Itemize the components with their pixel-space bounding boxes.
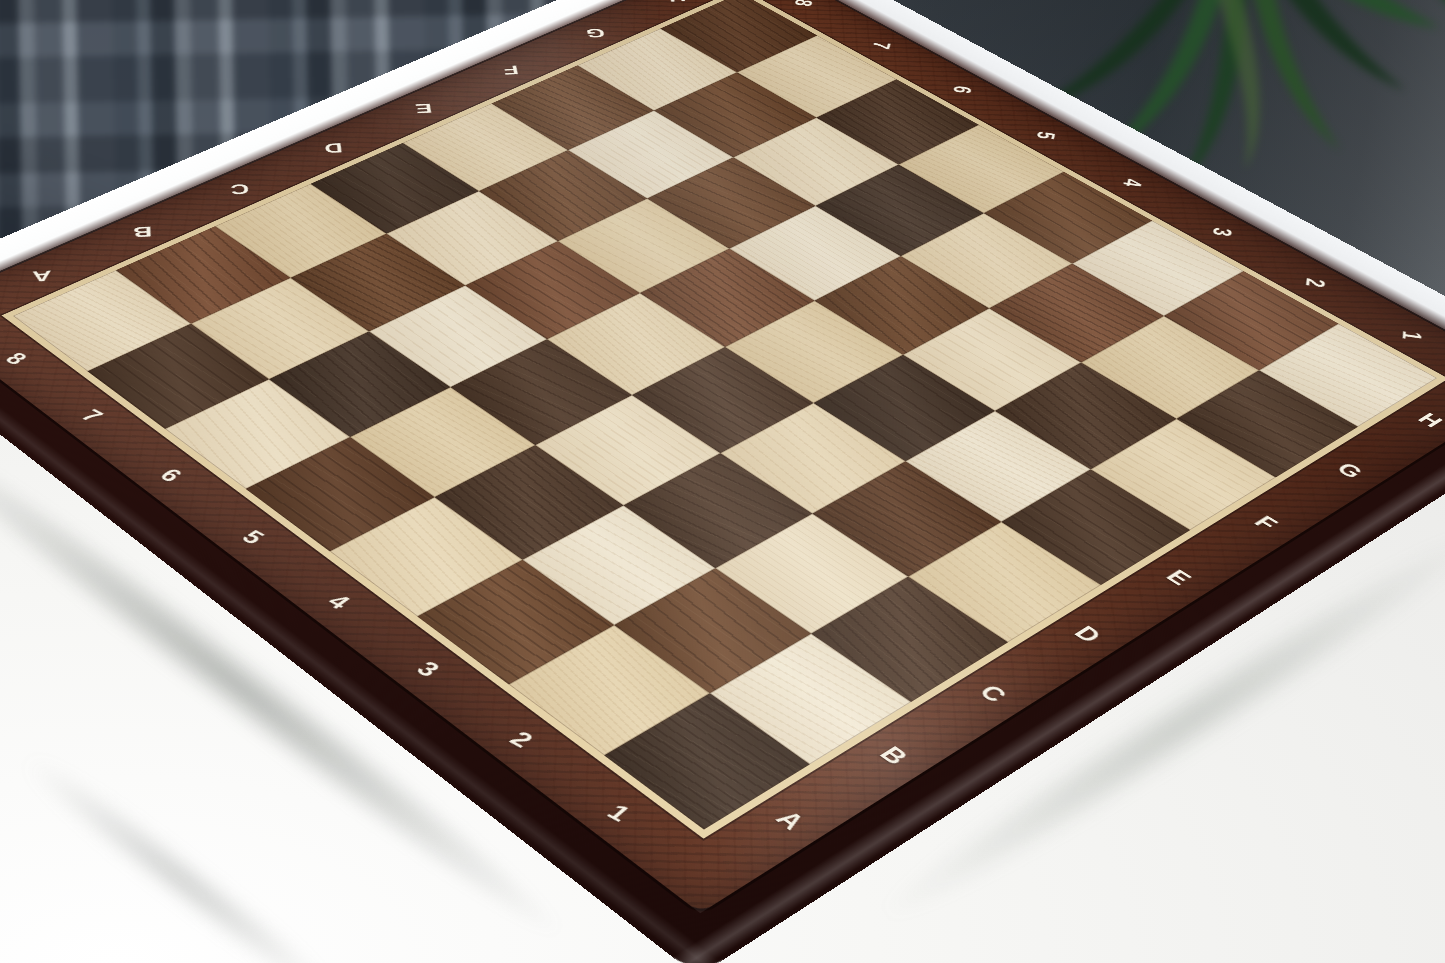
board-border: AA88BB77CC66DD55EE44FF33GG22HH11 [0,0,1445,913]
rank-label-right-4: 4 [1110,169,1155,196]
rank-label-left-4: 4 [304,580,373,623]
file-label-bottom-c: C [958,671,1028,716]
file-label-bottom-b: B [858,732,930,779]
chess-board: AA88BB77CC66DD55EE44FF33GG22HH11 [0,0,1445,963]
file-label-top-d: D [312,136,356,160]
rank-label-left-1: 1 [583,789,656,838]
rank-label-right-1: 1 [1389,321,1435,351]
photo-scene: AA88BB77CC66DD55EE44FF33GG22HH11 [0,0,1445,963]
rank-label-right-3: 3 [1199,218,1245,246]
file-label-top-c: C [218,177,262,202]
file-label-bottom-a: A [754,796,827,845]
file-label-top-f: F [489,59,533,81]
rank-label-left-2: 2 [486,716,557,763]
rank-label-right-6: 6 [940,77,985,102]
file-label-top-g: G [574,22,617,43]
file-label-bottom-d: D [1053,613,1122,657]
rank-label-left-8: 8 [0,341,48,377]
file-label-bottom-g: G [1317,451,1381,490]
file-label-bottom-e: E [1145,557,1212,599]
rank-label-left-6: 6 [138,456,204,495]
file-label-top-h: H [655,0,698,8]
rank-label-left-3: 3 [393,647,463,692]
file-label-bottom-h: H [1399,402,1445,439]
rank-label-right-7: 7 [859,33,904,57]
chess-board-wrapper: AA88BB77CC66DD55EE44FF33GG22HH11 [70,0,1380,963]
rank-label-left-7: 7 [59,397,124,435]
file-label-top-e: E [402,97,446,120]
rank-label-right-2: 2 [1292,268,1338,297]
file-label-top-b: B [121,219,165,244]
file-label-bottom-f: F [1233,503,1299,543]
rank-label-left-5: 5 [219,517,287,558]
board-squares [13,0,1437,830]
file-label-top-a: A [20,263,64,289]
rank-label-right-5: 5 [1023,123,1068,149]
rank-label-right-8: 8 [781,0,826,15]
